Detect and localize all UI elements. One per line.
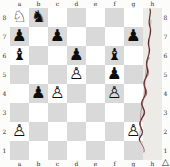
square-f8[interactable] xyxy=(105,8,124,27)
square-d5[interactable]: ♙ xyxy=(67,65,86,84)
square-h6[interactable] xyxy=(143,46,162,65)
square-e4[interactable] xyxy=(86,84,105,103)
square-f3[interactable] xyxy=(105,103,124,122)
square-c2[interactable] xyxy=(48,122,67,141)
square-b1[interactable] xyxy=(29,141,48,160)
square-a6[interactable]: ♝ xyxy=(10,46,29,65)
square-b7[interactable] xyxy=(29,27,48,46)
square-e2[interactable] xyxy=(86,122,105,141)
square-d3[interactable] xyxy=(67,103,86,122)
square-f7[interactable] xyxy=(105,27,124,46)
rank-label-5-right: 5 xyxy=(161,65,170,84)
square-a1[interactable] xyxy=(10,141,29,160)
black-pawn-piece[interactable]: ♟ xyxy=(107,66,122,83)
rank-label-2-right: 2 xyxy=(161,122,170,141)
square-d4[interactable] xyxy=(67,84,86,103)
square-h3[interactable] xyxy=(143,103,162,122)
square-g7[interactable]: ♟ xyxy=(124,27,143,46)
rank-label-1-left: 1 xyxy=(0,141,9,160)
white-pawn-piece[interactable]: ♙ xyxy=(69,66,84,83)
file-label-b-bottom: b xyxy=(29,160,48,167)
rank-label-3-right: 3 xyxy=(161,103,170,122)
file-label-d-top: d xyxy=(67,0,86,7)
rank-label-7-right: 7 xyxy=(161,27,170,46)
file-label-e-top: e xyxy=(86,0,105,7)
file-label-h-bottom: h xyxy=(143,160,162,167)
white-to-move-indicator: △ xyxy=(162,158,169,167)
black-bishop-piece[interactable]: ♝ xyxy=(12,47,27,64)
square-c1[interactable] xyxy=(48,141,67,160)
square-b4[interactable]: ♟ xyxy=(29,84,48,103)
file-label-f-bottom: f xyxy=(105,160,124,167)
square-e6[interactable] xyxy=(86,46,105,65)
square-b5[interactable] xyxy=(29,65,48,84)
square-d1[interactable] xyxy=(67,141,86,160)
file-label-c-top: c xyxy=(48,0,67,7)
square-b2[interactable] xyxy=(29,122,48,141)
rank-label-8-left: 8 xyxy=(0,8,9,27)
file-label-d-bottom: d xyxy=(67,160,86,167)
white-pawn-piece[interactable]: ♙ xyxy=(107,85,122,102)
file-label-e-bottom: e xyxy=(86,160,105,167)
black-pawn-piece[interactable]: ♟ xyxy=(69,47,84,64)
black-pawn-piece[interactable]: ♟ xyxy=(12,28,27,45)
black-bishop-piece[interactable]: ♝ xyxy=(107,47,122,64)
file-label-c-bottom: c xyxy=(48,160,67,167)
square-b3[interactable] xyxy=(29,103,48,122)
file-label-f-top: f xyxy=(105,0,124,7)
square-e3[interactable] xyxy=(86,103,105,122)
square-h8[interactable] xyxy=(143,8,162,27)
square-d8[interactable] xyxy=(67,8,86,27)
square-f6[interactable]: ♝ xyxy=(105,46,124,65)
white-pawn-piece[interactable]: ♙ xyxy=(12,123,27,140)
square-a2[interactable]: ♙ xyxy=(10,122,29,141)
square-a4[interactable] xyxy=(10,84,29,103)
rank-label-2-left: 2 xyxy=(0,122,9,141)
rank-label-6-right: 6 xyxy=(161,46,170,65)
square-h2[interactable] xyxy=(143,122,162,141)
square-c3[interactable] xyxy=(48,103,67,122)
square-g3[interactable] xyxy=(124,103,143,122)
square-c7[interactable]: ♟ xyxy=(48,27,67,46)
square-a7[interactable]: ♟ xyxy=(10,27,29,46)
square-h4[interactable] xyxy=(143,84,162,103)
file-label-a-top: a xyxy=(10,0,29,7)
file-label-h-top: h xyxy=(143,0,162,7)
chess-board: ♘♞♟♟♟♝♟♝♙♟♟♙♙♙♙ xyxy=(10,8,162,160)
square-h5[interactable] xyxy=(143,65,162,84)
file-label-g-bottom: g xyxy=(124,160,143,167)
square-g8[interactable] xyxy=(124,8,143,27)
square-h7[interactable] xyxy=(143,27,162,46)
square-b6[interactable] xyxy=(29,46,48,65)
square-c8[interactable] xyxy=(48,8,67,27)
black-knight-piece[interactable]: ♞ xyxy=(31,9,46,26)
square-d7[interactable] xyxy=(67,27,86,46)
black-pawn-piece[interactable]: ♟ xyxy=(126,28,141,45)
square-g4[interactable] xyxy=(124,84,143,103)
square-d6[interactable]: ♟ xyxy=(67,46,86,65)
white-pawn-piece[interactable]: ♙ xyxy=(126,123,141,140)
chess-diagram: ♘♞♟♟♟♝♟♝♙♟♟♙♙♙♙ aabbccddeeffgghh88776655… xyxy=(0,0,170,167)
rank-label-3-left: 3 xyxy=(0,103,9,122)
square-a5[interactable] xyxy=(10,65,29,84)
rank-label-8-right: 8 xyxy=(161,8,170,27)
rank-label-4-right: 4 xyxy=(161,84,170,103)
black-pawn-piece[interactable]: ♟ xyxy=(50,28,65,45)
square-g1[interactable] xyxy=(124,141,143,160)
square-b8[interactable]: ♞ xyxy=(29,8,48,27)
square-c4[interactable]: ♙ xyxy=(48,84,67,103)
white-knight-piece[interactable]: ♘ xyxy=(12,9,27,26)
square-f1[interactable] xyxy=(105,141,124,160)
file-label-a-bottom: a xyxy=(10,160,29,167)
square-d2[interactable] xyxy=(67,122,86,141)
square-e8[interactable] xyxy=(86,8,105,27)
square-c6[interactable] xyxy=(48,46,67,65)
square-e5[interactable] xyxy=(86,65,105,84)
square-f4[interactable]: ♙ xyxy=(105,84,124,103)
square-c5[interactable] xyxy=(48,65,67,84)
rank-label-6-left: 6 xyxy=(0,46,9,65)
black-pawn-piece[interactable]: ♟ xyxy=(31,85,46,102)
rank-label-5-left: 5 xyxy=(0,65,9,84)
square-h1[interactable] xyxy=(143,141,162,160)
square-e1[interactable] xyxy=(86,141,105,160)
square-f2[interactable] xyxy=(105,122,124,141)
square-a8[interactable]: ♘ xyxy=(10,8,29,27)
square-g5[interactable] xyxy=(124,65,143,84)
file-label-g-top: g xyxy=(124,0,143,7)
square-f5[interactable]: ♟ xyxy=(105,65,124,84)
rank-label-7-left: 7 xyxy=(0,27,9,46)
square-a3[interactable] xyxy=(10,103,29,122)
white-pawn-piece[interactable]: ♙ xyxy=(50,85,65,102)
square-e7[interactable] xyxy=(86,27,105,46)
square-g2[interactable]: ♙ xyxy=(124,122,143,141)
file-label-b-top: b xyxy=(29,0,48,7)
rank-label-4-left: 4 xyxy=(0,84,9,103)
square-g6[interactable] xyxy=(124,46,143,65)
